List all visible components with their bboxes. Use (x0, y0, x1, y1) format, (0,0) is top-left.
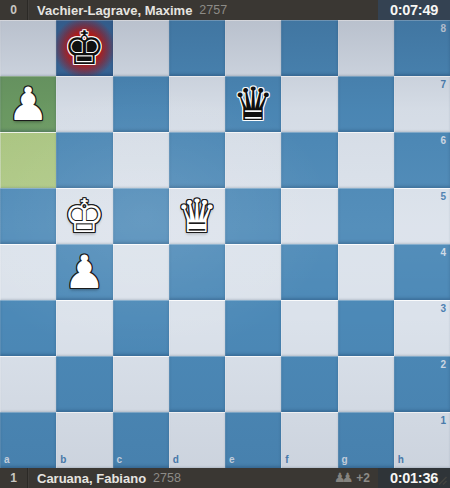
white-queen-d5[interactable]: ♛ (169, 188, 225, 244)
square-c8[interactable] (113, 20, 169, 76)
coord-file-e: e (229, 455, 235, 465)
square-c2[interactable] (113, 356, 169, 412)
square-a5[interactable] (0, 188, 56, 244)
coord-rank-4: 4 (440, 248, 446, 258)
square-e2[interactable] (225, 356, 281, 412)
coord-file-c: c (117, 455, 123, 465)
square-a2[interactable] (0, 356, 56, 412)
bottom-player-score: 1 (0, 468, 28, 488)
square-e1[interactable]: e (225, 412, 281, 468)
square-d6[interactable] (169, 132, 225, 188)
coord-rank-2: 2 (440, 360, 446, 370)
coord-rank-5: 5 (440, 192, 446, 202)
square-c6[interactable] (113, 132, 169, 188)
material-advantage: ♟♟ +2 (334, 468, 370, 488)
square-d5[interactable]: ♛ (169, 188, 225, 244)
square-c5[interactable] (113, 188, 169, 244)
square-e8[interactable] (225, 20, 281, 76)
square-h7[interactable]: 7 (394, 76, 450, 132)
square-a7[interactable]: ♟ (0, 76, 56, 132)
square-b6[interactable] (56, 132, 112, 188)
coord-file-g: g (342, 455, 348, 465)
square-g3[interactable] (338, 300, 394, 356)
top-player-score: 0 (0, 0, 28, 20)
square-b1[interactable]: b (56, 412, 112, 468)
square-g4[interactable] (338, 244, 394, 300)
square-b2[interactable] (56, 356, 112, 412)
chess-game-window: 0 Vachier-Lagrave, Maxime 2757 0:07:49 ♚… (0, 0, 450, 488)
square-b4[interactable]: ♟ (56, 244, 112, 300)
white-pawn-a7[interactable]: ♟ (0, 76, 56, 132)
square-f7[interactable] (281, 76, 337, 132)
square-g6[interactable] (338, 132, 394, 188)
square-c4[interactable] (113, 244, 169, 300)
square-g8[interactable] (338, 20, 394, 76)
square-g5[interactable] (338, 188, 394, 244)
square-g1[interactable]: g (338, 412, 394, 468)
coord-rank-3: 3 (440, 304, 446, 314)
square-e3[interactable] (225, 300, 281, 356)
square-f4[interactable] (281, 244, 337, 300)
square-b3[interactable] (56, 300, 112, 356)
coord-file-b: b (60, 455, 66, 465)
square-c1[interactable]: c (113, 412, 169, 468)
material-advantage-count: +2 (356, 471, 370, 485)
square-e4[interactable] (225, 244, 281, 300)
square-d1[interactable]: d (169, 412, 225, 468)
chess-board[interactable]: ♚8♟♛76♚♛5♟432abcdefgh1 (0, 20, 450, 468)
white-king-b5[interactable]: ♚ (56, 188, 112, 244)
square-h1[interactable]: h1 (394, 412, 450, 468)
coord-file-f: f (285, 455, 288, 465)
square-d4[interactable] (169, 244, 225, 300)
bottom-player-rating: 2758 (153, 471, 181, 485)
coord-file-a: a (4, 455, 10, 465)
coord-rank-8: 8 (440, 24, 446, 34)
square-d3[interactable] (169, 300, 225, 356)
square-f2[interactable] (281, 356, 337, 412)
square-c7[interactable] (113, 76, 169, 132)
square-f5[interactable] (281, 188, 337, 244)
square-g2[interactable] (338, 356, 394, 412)
top-player-bar: 0 Vachier-Lagrave, Maxime 2757 0:07:49 (0, 0, 450, 20)
square-h3[interactable]: 3 (394, 300, 450, 356)
captured-pawn-icons: ♟♟ (334, 468, 349, 488)
top-player-rating: 2757 (199, 3, 227, 17)
square-a3[interactable] (0, 300, 56, 356)
square-d7[interactable] (169, 76, 225, 132)
square-h8[interactable]: 8 (394, 20, 450, 76)
square-f1[interactable]: f (281, 412, 337, 468)
square-h2[interactable]: 2 (394, 356, 450, 412)
square-h6[interactable]: 6 (394, 132, 450, 188)
coord-rank-1: 1 (440, 416, 446, 426)
square-f3[interactable] (281, 300, 337, 356)
square-b5[interactable]: ♚ (56, 188, 112, 244)
square-a6[interactable] (0, 132, 56, 188)
square-e6[interactable] (225, 132, 281, 188)
coord-file-h: h (398, 455, 404, 465)
square-f8[interactable] (281, 20, 337, 76)
top-player-name: Vachier-Lagrave, Maxime (37, 3, 192, 18)
white-pawn-b4[interactable]: ♟ (56, 244, 112, 300)
square-c3[interactable] (113, 300, 169, 356)
square-f6[interactable] (281, 132, 337, 188)
resize-handle-icon[interactable] (436, 474, 448, 486)
square-d8[interactable] (169, 20, 225, 76)
square-a4[interactable] (0, 244, 56, 300)
black-queen-e7[interactable]: ♛ (225, 76, 281, 132)
bottom-player-name: Caruana, Fabiano (37, 471, 146, 486)
black-king-b8[interactable]: ♚ (56, 20, 112, 76)
square-h4[interactable]: 4 (394, 244, 450, 300)
square-b8[interactable]: ♚ (56, 20, 112, 76)
square-a1[interactable]: a (0, 412, 56, 468)
square-h5[interactable]: 5 (394, 188, 450, 244)
square-g7[interactable] (338, 76, 394, 132)
coord-file-d: d (173, 455, 179, 465)
top-clock: 0:07:49 (378, 0, 450, 20)
coord-rank-7: 7 (440, 80, 446, 90)
square-b7[interactable] (56, 76, 112, 132)
square-e7[interactable]: ♛ (225, 76, 281, 132)
square-d2[interactable] (169, 356, 225, 412)
square-a8[interactable] (0, 20, 56, 76)
coord-rank-6: 6 (440, 136, 446, 146)
bottom-player-bar: 1 Caruana, Fabiano 2758 ♟♟ +2 0:01:36 (0, 468, 450, 488)
square-e5[interactable] (225, 188, 281, 244)
